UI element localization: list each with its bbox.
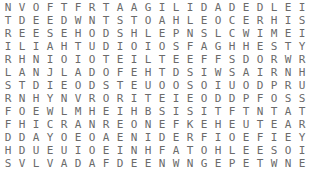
grid-cell[interactable]: R <box>267 53 281 66</box>
grid-cell[interactable]: E <box>57 79 71 92</box>
grid-cell[interactable]: H <box>127 105 141 118</box>
grid-cell[interactable]: E <box>99 105 113 118</box>
grid-cell[interactable]: F <box>197 53 211 66</box>
grid-cell[interactable]: R <box>183 131 197 144</box>
grid-cell[interactable]: D <box>225 92 239 105</box>
grid-cell[interactable]: Y <box>295 131 309 144</box>
grid-cell[interactable]: I <box>197 66 211 79</box>
grid-cell[interactable]: T <box>71 40 85 53</box>
grid-cell[interactable]: M <box>71 105 85 118</box>
grid-cell[interactable]: I <box>295 1 309 14</box>
grid-cell[interactable]: Y <box>43 131 57 144</box>
grid-cell[interactable]: O <box>85 53 99 66</box>
grid-cell[interactable]: R <box>281 79 295 92</box>
grid-cell[interactable]: N <box>281 66 295 79</box>
grid-cell[interactable]: H <box>15 118 29 131</box>
grid-cell[interactable]: E <box>281 27 295 40</box>
grid-cell[interactable]: E <box>113 118 127 131</box>
grid-cell[interactable]: T <box>155 53 169 66</box>
grid-cell[interactable]: K <box>183 118 197 131</box>
grid-cell[interactable]: N <box>183 157 197 170</box>
grid-cell[interactable]: I <box>113 40 127 53</box>
grid-cell[interactable]: O <box>127 118 141 131</box>
grid-cell[interactable]: E <box>211 157 225 170</box>
grid-cell[interactable]: T <box>183 144 197 157</box>
grid-cell[interactable]: S <box>267 144 281 157</box>
grid-cell[interactable]: O <box>29 1 43 14</box>
grid-cell[interactable]: R <box>295 53 309 66</box>
grid-cell[interactable]: R <box>1 92 15 105</box>
grid-cell[interactable]: S <box>113 27 127 40</box>
grid-cell[interactable]: O <box>155 79 169 92</box>
grid-cell[interactable]: T <box>239 105 253 118</box>
grid-cell[interactable]: H <box>29 92 43 105</box>
grid-cell[interactable]: E <box>267 118 281 131</box>
grid-cell[interactable]: S <box>267 40 281 53</box>
grid-cell[interactable]: O <box>141 14 155 27</box>
grid-cell[interactable]: D <box>15 144 29 157</box>
grid-cell[interactable]: F <box>43 1 57 14</box>
grid-cell[interactable]: R <box>57 118 71 131</box>
grid-cell[interactable]: O <box>127 40 141 53</box>
grid-cell[interactable]: V <box>43 157 57 170</box>
grid-cell[interactable]: O <box>225 131 239 144</box>
grid-cell[interactable]: H <box>211 118 225 131</box>
grid-cell[interactable]: O <box>71 79 85 92</box>
grid-cell[interactable]: H <box>225 40 239 53</box>
grid-cell[interactable]: R <box>99 118 113 131</box>
grid-cell[interactable]: T <box>99 14 113 27</box>
grid-cell[interactable]: T <box>141 92 155 105</box>
grid-cell[interactable]: F <box>253 131 267 144</box>
grid-cell[interactable]: E <box>155 92 169 105</box>
grid-cell[interactable]: H <box>239 40 253 53</box>
grid-cell[interactable]: B <box>141 105 155 118</box>
grid-cell[interactable]: I <box>141 40 155 53</box>
grid-cell[interactable]: I <box>211 79 225 92</box>
grid-cell[interactable]: A <box>169 144 183 157</box>
grid-cell[interactable]: E <box>253 144 267 157</box>
grid-cell[interactable]: P <box>225 157 239 170</box>
grid-cell[interactable]: N <box>141 118 155 131</box>
grid-cell[interactable]: F <box>183 40 197 53</box>
grid-cell[interactable]: V <box>71 92 85 105</box>
grid-cell[interactable]: H <box>267 14 281 27</box>
grid-cell[interactable]: O <box>211 14 225 27</box>
grid-cell[interactable]: W <box>267 157 281 170</box>
grid-cell[interactable]: U <box>29 144 43 157</box>
grid-cell[interactable]: E <box>29 27 43 40</box>
grid-cell[interactable]: S <box>225 53 239 66</box>
grid-cell[interactable]: A <box>281 105 295 118</box>
grid-cell[interactable]: D <box>29 79 43 92</box>
grid-cell[interactable]: F <box>211 53 225 66</box>
grid-cell[interactable]: I <box>141 131 155 144</box>
grid-cell[interactable]: I <box>169 92 183 105</box>
grid-cell[interactable]: D <box>253 79 267 92</box>
grid-cell[interactable]: Y <box>295 40 309 53</box>
grid-cell[interactable]: S <box>281 92 295 105</box>
grid-cell[interactable]: O <box>85 27 99 40</box>
grid-cell[interactable]: L <box>225 144 239 157</box>
grid-cell[interactable]: N <box>29 66 43 79</box>
grid-cell[interactable]: F <box>169 118 183 131</box>
grid-cell[interactable]: E <box>239 131 253 144</box>
grid-cell[interactable]: E <box>169 131 183 144</box>
grid-cell[interactable]: Y <box>43 92 57 105</box>
grid-cell[interactable]: O <box>99 92 113 105</box>
grid-cell[interactable]: N <box>127 131 141 144</box>
grid-cell[interactable]: F <box>1 118 15 131</box>
grid-cell[interactable]: U <box>141 79 155 92</box>
grid-cell[interactable]: H <box>141 144 155 157</box>
grid-cell[interactable]: E <box>71 131 85 144</box>
grid-cell[interactable]: H <box>127 27 141 40</box>
grid-cell[interactable]: F <box>71 1 85 14</box>
grid-cell[interactable]: I <box>169 105 183 118</box>
grid-cell[interactable]: E <box>281 1 295 14</box>
grid-cell[interactable]: D <box>225 1 239 14</box>
grid-cell[interactable]: I <box>1 40 15 53</box>
grid-cell[interactable]: A <box>71 118 85 131</box>
grid-cell[interactable]: N <box>281 157 295 170</box>
grid-cell[interactable]: I <box>43 53 57 66</box>
grid-cell[interactable]: O <box>85 131 99 144</box>
grid-cell[interactable]: E <box>155 118 169 131</box>
grid-cell[interactable]: A <box>85 157 99 170</box>
grid-cell[interactable]: F <box>1 105 15 118</box>
grid-cell[interactable]: P <box>169 27 183 40</box>
grid-cell[interactable]: G <box>197 157 211 170</box>
grid-cell[interactable]: O <box>85 144 99 157</box>
grid-cell[interactable]: I <box>183 1 197 14</box>
word-search-grid: NVOFTFRTAAGILIDADEDLEITDEEDWNTSTOAHLEOCE… <box>1 1 309 170</box>
grid-cell[interactable]: E <box>57 27 71 40</box>
grid-cell[interactable]: O <box>197 79 211 92</box>
grid-cell[interactable]: R <box>1 27 15 40</box>
grid-cell[interactable]: E <box>15 27 29 40</box>
grid-cell[interactable]: I <box>43 79 57 92</box>
grid-cell[interactable]: E <box>127 66 141 79</box>
grid-cell[interactable]: D <box>57 14 71 27</box>
grid-cell[interactable]: T <box>267 105 281 118</box>
grid-cell[interactable]: A <box>211 1 225 14</box>
grid-cell[interactable]: I <box>29 118 43 131</box>
grid-cell[interactable]: S <box>113 14 127 27</box>
grid-cell[interactable]: N <box>253 105 267 118</box>
grid-cell[interactable]: R <box>85 92 99 105</box>
grid-cell[interactable]: E <box>43 14 57 27</box>
grid-cell[interactable]: D <box>99 27 113 40</box>
grid-cell[interactable]: S <box>183 66 197 79</box>
grid-cell[interactable]: I <box>127 92 141 105</box>
grid-cell[interactable]: E <box>197 118 211 131</box>
grid-cell[interactable]: S <box>169 40 183 53</box>
grid-cell[interactable]: E <box>155 27 169 40</box>
grid-cell[interactable]: D <box>15 14 29 27</box>
grid-cell[interactable]: O <box>253 53 267 66</box>
grid-cell[interactable]: D <box>197 1 211 14</box>
grid-cell[interactable]: F <box>155 144 169 157</box>
grid-cell[interactable]: T <box>15 79 29 92</box>
grid-cell[interactable]: W <box>43 105 57 118</box>
grid-cell[interactable]: O <box>197 92 211 105</box>
grid-cell[interactable]: L <box>57 66 71 79</box>
grid-cell[interactable]: L <box>15 40 29 53</box>
grid-cell[interactable]: E <box>127 157 141 170</box>
grid-cell[interactable]: H <box>169 14 183 27</box>
grid-cell[interactable]: D <box>113 157 127 170</box>
grid-cell[interactable]: E <box>113 53 127 66</box>
grid-cell[interactable]: R <box>267 66 281 79</box>
grid-cell[interactable]: H <box>57 40 71 53</box>
grid-cell[interactable]: P <box>239 92 253 105</box>
grid-cell[interactable]: T <box>281 40 295 53</box>
grid-cell[interactable]: L <box>29 157 43 170</box>
grid-cell[interactable]: H <box>85 105 99 118</box>
grid-cell[interactable]: U <box>295 79 309 92</box>
grid-cell[interactable]: C <box>43 118 57 131</box>
grid-cell[interactable]: O <box>15 105 29 118</box>
grid-cell[interactable]: A <box>197 40 211 53</box>
grid-cell[interactable]: D <box>155 131 169 144</box>
grid-cell[interactable]: R <box>113 92 127 105</box>
grid-cell[interactable]: T <box>295 105 309 118</box>
grid-cell[interactable]: E <box>239 144 253 157</box>
grid-cell[interactable]: T <box>253 118 267 131</box>
grid-cell[interactable]: P <box>267 79 281 92</box>
grid-cell[interactable]: I <box>113 144 127 157</box>
grid-cell[interactable]: H <box>1 144 15 157</box>
grid-cell[interactable]: H <box>211 144 225 157</box>
grid-cell[interactable]: E <box>239 1 253 14</box>
grid-cell[interactable]: E <box>225 118 239 131</box>
grid-cell[interactable]: A <box>99 131 113 144</box>
grid-cell[interactable]: R <box>295 118 309 131</box>
grid-cell[interactable]: R <box>85 1 99 14</box>
grid-cell[interactable]: G <box>141 1 155 14</box>
grid-cell[interactable]: I <box>295 144 309 157</box>
grid-cell[interactable]: I <box>253 66 267 79</box>
grid-cell[interactable]: N <box>15 92 29 105</box>
grid-cell[interactable]: W <box>281 53 295 66</box>
grid-cell[interactable]: E <box>113 131 127 144</box>
grid-cell[interactable]: G <box>211 40 225 53</box>
grid-cell[interactable]: D <box>169 66 183 79</box>
grid-cell[interactable]: U <box>239 118 253 131</box>
grid-cell[interactable]: M <box>267 27 281 40</box>
grid-cell[interactable]: F <box>113 66 127 79</box>
grid-cell[interactable]: V <box>15 1 29 14</box>
grid-cell[interactable]: A <box>57 157 71 170</box>
grid-cell[interactable]: N <box>127 144 141 157</box>
grid-cell[interactable]: L <box>211 27 225 40</box>
grid-cell[interactable]: O <box>57 131 71 144</box>
grid-cell[interactable]: A <box>239 66 253 79</box>
grid-cell[interactable]: E <box>253 40 267 53</box>
grid-cell[interactable]: D <box>85 79 99 92</box>
grid-cell[interactable]: L <box>169 1 183 14</box>
grid-cell[interactable]: E <box>183 92 197 105</box>
grid-cell[interactable]: T <box>113 79 127 92</box>
grid-cell[interactable]: A <box>281 118 295 131</box>
grid-cell[interactable]: N <box>57 92 71 105</box>
grid-cell[interactable]: I <box>29 40 43 53</box>
grid-cell[interactable]: O <box>169 79 183 92</box>
grid-cell[interactable]: L <box>267 1 281 14</box>
grid-cell[interactable]: S <box>1 79 15 92</box>
grid-cell[interactable]: E <box>43 144 57 157</box>
grid-cell[interactable]: T <box>211 105 225 118</box>
grid-cell[interactable]: N <box>85 118 99 131</box>
grid-cell[interactable]: O <box>197 144 211 157</box>
grid-cell[interactable]: W <box>71 14 85 27</box>
grid-cell[interactable]: E <box>141 157 155 170</box>
grid-cell[interactable]: W <box>211 66 225 79</box>
grid-cell[interactable]: E <box>169 53 183 66</box>
grid-cell[interactable]: T <box>253 157 267 170</box>
grid-cell[interactable]: S <box>43 27 57 40</box>
grid-cell[interactable]: E <box>197 14 211 27</box>
grid-cell[interactable]: T <box>99 53 113 66</box>
grid-cell[interactable]: I <box>113 105 127 118</box>
grid-cell[interactable]: V <box>15 157 29 170</box>
grid-cell[interactable]: E <box>29 105 43 118</box>
grid-cell[interactable]: F <box>253 92 267 105</box>
grid-cell[interactable]: A <box>113 1 127 14</box>
grid-cell[interactable]: I <box>71 53 85 66</box>
grid-cell[interactable]: H <box>141 66 155 79</box>
grid-cell[interactable]: O <box>281 144 295 157</box>
grid-cell[interactable]: O <box>57 53 71 66</box>
grid-cell[interactable]: H <box>295 66 309 79</box>
grid-cell[interactable]: D <box>211 92 225 105</box>
grid-cell[interactable]: A <box>43 40 57 53</box>
grid-cell[interactable]: E <box>127 79 141 92</box>
grid-cell[interactable]: A <box>155 14 169 27</box>
grid-cell[interactable]: E <box>239 157 253 170</box>
grid-cell[interactable]: F <box>225 105 239 118</box>
grid-cell[interactable]: S <box>295 14 309 27</box>
grid-cell[interactable]: D <box>99 40 113 53</box>
grid-cell[interactable]: T <box>1 14 15 27</box>
grid-cell[interactable]: C <box>225 14 239 27</box>
grid-cell[interactable]: I <box>71 144 85 157</box>
grid-cell[interactable]: F <box>99 157 113 170</box>
grid-cell[interactable]: O <box>239 79 253 92</box>
grid-cell[interactable]: D <box>253 1 267 14</box>
grid-cell[interactable]: S <box>183 105 197 118</box>
grid-cell[interactable]: E <box>295 157 309 170</box>
grid-cell[interactable]: H <box>71 27 85 40</box>
grid-cell[interactable]: S <box>197 27 211 40</box>
grid-cell[interactable]: D <box>15 131 29 144</box>
grid-cell[interactable]: I <box>253 27 267 40</box>
grid-cell[interactable]: N <box>155 157 169 170</box>
grid-cell[interactable]: S <box>99 79 113 92</box>
grid-cell[interactable]: S <box>155 105 169 118</box>
grid-cell[interactable]: W <box>239 27 253 40</box>
grid-cell[interactable]: J <box>43 66 57 79</box>
grid-cell[interactable]: S <box>1 157 15 170</box>
grid-cell[interactable]: L <box>183 14 197 27</box>
grid-cell[interactable]: D <box>71 157 85 170</box>
grid-cell[interactable]: N <box>29 53 43 66</box>
grid-cell[interactable]: I <box>281 14 295 27</box>
grid-cell[interactable]: A <box>71 66 85 79</box>
grid-cell[interactable]: S <box>225 66 239 79</box>
grid-cell[interactable]: S <box>183 79 197 92</box>
grid-cell[interactable]: I <box>295 27 309 40</box>
grid-cell[interactable]: L <box>1 66 15 79</box>
grid-cell[interactable]: A <box>127 1 141 14</box>
grid-cell[interactable]: I <box>211 131 225 144</box>
grid-cell[interactable]: D <box>239 53 253 66</box>
grid-cell[interactable]: L <box>141 27 155 40</box>
grid-cell[interactable]: U <box>57 144 71 157</box>
grid-cell[interactable]: I <box>197 105 211 118</box>
grid-cell[interactable]: N <box>183 27 197 40</box>
grid-cell[interactable]: I <box>267 131 281 144</box>
grid-cell[interactable]: O <box>155 40 169 53</box>
grid-cell[interactable]: N <box>85 14 99 27</box>
grid-cell[interactable]: E <box>239 14 253 27</box>
grid-cell[interactable]: T <box>127 14 141 27</box>
grid-cell[interactable]: R <box>1 53 15 66</box>
grid-cell[interactable]: O <box>99 66 113 79</box>
grid-cell[interactable]: I <box>127 53 141 66</box>
grid-cell[interactable]: E <box>281 131 295 144</box>
grid-cell[interactable]: F <box>197 131 211 144</box>
grid-cell[interactable]: D <box>85 66 99 79</box>
grid-cell[interactable]: T <box>155 66 169 79</box>
grid-cell[interactable]: A <box>29 131 43 144</box>
grid-cell[interactable]: E <box>99 144 113 157</box>
grid-cell[interactable]: L <box>141 53 155 66</box>
grid-cell[interactable]: N <box>1 1 15 14</box>
grid-cell[interactable]: R <box>253 14 267 27</box>
grid-cell[interactable]: T <box>57 1 71 14</box>
grid-cell[interactable]: I <box>155 1 169 14</box>
grid-cell[interactable]: A <box>15 66 29 79</box>
grid-cell[interactable]: U <box>225 79 239 92</box>
grid-cell[interactable]: W <box>169 157 183 170</box>
grid-cell[interactable]: D <box>1 131 15 144</box>
grid-cell[interactable]: S <box>295 92 309 105</box>
grid-cell[interactable]: U <box>85 40 99 53</box>
grid-cell[interactable]: C <box>225 27 239 40</box>
grid-cell[interactable]: O <box>267 92 281 105</box>
grid-cell[interactable]: T <box>99 1 113 14</box>
grid-cell[interactable]: H <box>15 53 29 66</box>
grid-cell[interactable]: E <box>183 53 197 66</box>
grid-cell[interactable]: E <box>29 14 43 27</box>
grid-cell[interactable]: L <box>57 105 71 118</box>
